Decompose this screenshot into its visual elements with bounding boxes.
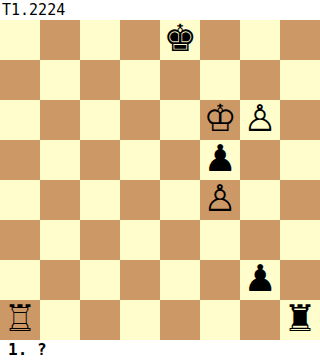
square-b8[interactable] <box>40 20 80 60</box>
square-a3[interactable] <box>0 220 40 260</box>
diagram-title: T1.2224 <box>0 0 65 20</box>
piece-white-rook: ♖ <box>3 300 36 339</box>
piece-white-pawn: ♙ <box>203 180 236 219</box>
square-e4[interactable] <box>160 180 200 220</box>
square-e2[interactable] <box>160 260 200 300</box>
square-d2[interactable] <box>120 260 160 300</box>
piece-black-pawn: ♟ <box>203 140 236 179</box>
square-h7[interactable] <box>280 60 320 100</box>
square-g1[interactable] <box>240 300 280 340</box>
square-b5[interactable] <box>40 140 80 180</box>
square-g3[interactable] <box>240 220 280 260</box>
square-g2[interactable]: ♟ <box>240 260 280 300</box>
square-a1[interactable]: ♖ <box>0 300 40 340</box>
square-a7[interactable] <box>0 60 40 100</box>
chess-board: ♚♔♙♟♙♟♖♜ <box>0 20 320 340</box>
move-prompt: 1. ? <box>0 340 47 360</box>
square-b3[interactable] <box>40 220 80 260</box>
square-e7[interactable] <box>160 60 200 100</box>
square-f1[interactable] <box>200 300 240 340</box>
square-a8[interactable] <box>0 20 40 60</box>
square-d7[interactable] <box>120 60 160 100</box>
square-h5[interactable] <box>280 140 320 180</box>
square-b1[interactable] <box>40 300 80 340</box>
square-d5[interactable] <box>120 140 160 180</box>
square-a5[interactable] <box>0 140 40 180</box>
square-d8[interactable] <box>120 20 160 60</box>
title-bar: T1.2224 <box>0 0 320 20</box>
square-e8[interactable]: ♚ <box>160 20 200 60</box>
square-d4[interactable] <box>120 180 160 220</box>
piece-black-pawn: ♟ <box>243 260 276 299</box>
square-d1[interactable] <box>120 300 160 340</box>
square-f7[interactable] <box>200 60 240 100</box>
square-h1[interactable]: ♜ <box>280 300 320 340</box>
square-b7[interactable] <box>40 60 80 100</box>
square-e3[interactable] <box>160 220 200 260</box>
square-h4[interactable] <box>280 180 320 220</box>
square-h8[interactable] <box>280 20 320 60</box>
square-a2[interactable] <box>0 260 40 300</box>
square-a4[interactable] <box>0 180 40 220</box>
square-h2[interactable] <box>280 260 320 300</box>
square-g6[interactable]: ♙ <box>240 100 280 140</box>
square-c5[interactable] <box>80 140 120 180</box>
piece-white-king: ♔ <box>203 100 236 139</box>
square-f3[interactable] <box>200 220 240 260</box>
piece-black-rook: ♜ <box>283 300 316 339</box>
square-g7[interactable] <box>240 60 280 100</box>
square-f5[interactable]: ♟ <box>200 140 240 180</box>
square-c3[interactable] <box>80 220 120 260</box>
square-f4[interactable]: ♙ <box>200 180 240 220</box>
square-c8[interactable] <box>80 20 120 60</box>
square-b6[interactable] <box>40 100 80 140</box>
square-e1[interactable] <box>160 300 200 340</box>
square-b4[interactable] <box>40 180 80 220</box>
piece-white-pawn: ♙ <box>243 100 276 139</box>
square-e6[interactable] <box>160 100 200 140</box>
square-f6[interactable]: ♔ <box>200 100 240 140</box>
square-d3[interactable] <box>120 220 160 260</box>
square-b2[interactable] <box>40 260 80 300</box>
square-c4[interactable] <box>80 180 120 220</box>
square-c2[interactable] <box>80 260 120 300</box>
square-f8[interactable] <box>200 20 240 60</box>
piece-black-king: ♚ <box>163 20 196 59</box>
square-h6[interactable] <box>280 100 320 140</box>
square-f2[interactable] <box>200 260 240 300</box>
square-g5[interactable] <box>240 140 280 180</box>
square-d6[interactable] <box>120 100 160 140</box>
square-h3[interactable] <box>280 220 320 260</box>
chess-diagram-window: T1.2224 ♚♔♙♟♙♟♖♜ 1. ? <box>0 0 320 360</box>
square-a6[interactable] <box>0 100 40 140</box>
square-g8[interactable] <box>240 20 280 60</box>
square-e5[interactable] <box>160 140 200 180</box>
caption-bar: 1. ? <box>0 340 320 360</box>
square-c1[interactable] <box>80 300 120 340</box>
square-g4[interactable] <box>240 180 280 220</box>
square-c7[interactable] <box>80 60 120 100</box>
square-c6[interactable] <box>80 100 120 140</box>
